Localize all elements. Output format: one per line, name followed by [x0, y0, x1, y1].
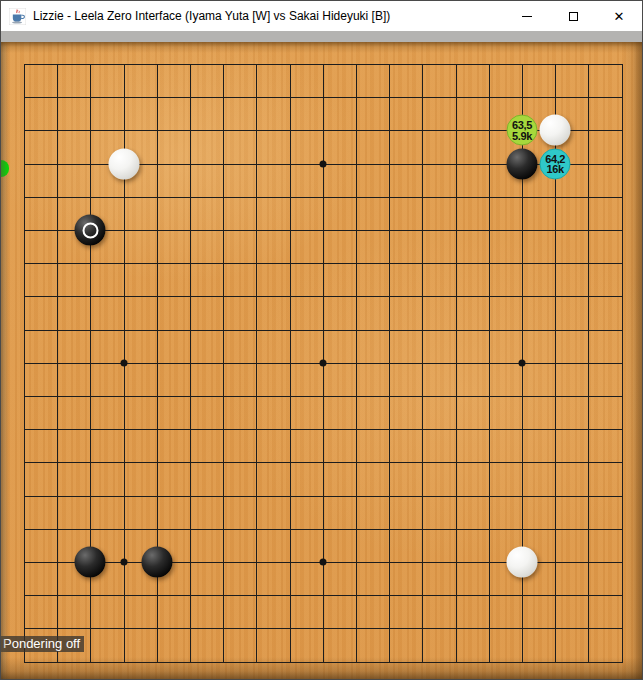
stone-black-c4[interactable] — [75, 547, 106, 578]
suggestion-playouts: 16k — [547, 164, 564, 175]
grid-line-h — [24, 595, 623, 596]
grid-line-h — [24, 628, 623, 629]
minimize-icon — [522, 16, 532, 17]
grid-line-h — [24, 429, 623, 430]
suggestion-winrate: 63,5 — [512, 120, 532, 131]
close-button[interactable]: ✕ — [596, 1, 642, 31]
grid-line-v — [588, 64, 589, 663]
window-controls: ✕ — [504, 1, 642, 31]
stone-black-q16[interactable] — [507, 148, 538, 179]
close-icon: ✕ — [614, 10, 625, 23]
star-point — [519, 359, 526, 366]
toolbar-strip — [1, 31, 642, 42]
java-coffee-icon — [9, 8, 26, 25]
maximize-icon — [569, 12, 578, 21]
minimize-button[interactable] — [504, 1, 550, 31]
grid-line-v — [622, 64, 623, 663]
suggestion-q17[interactable]: 63,55.9k — [507, 115, 538, 146]
suggestion-winrate: 64,2 — [545, 153, 565, 164]
star-point — [319, 359, 326, 366]
stone-white-r17[interactable] — [540, 115, 571, 146]
grid-line-v — [422, 64, 423, 663]
grid-line-h — [24, 496, 623, 497]
star-point — [120, 359, 127, 366]
grid-line-h — [24, 462, 623, 463]
star-point — [319, 559, 326, 566]
stone-black-c14[interactable] — [75, 215, 106, 246]
star-point — [120, 559, 127, 566]
last-move-marker — [82, 222, 98, 238]
star-point — [319, 160, 326, 167]
go-board[interactable]: Pondering off 63,55.9k64,216k — [1, 42, 642, 679]
stone-white-d16[interactable] — [108, 148, 139, 179]
grid-line-h — [24, 396, 623, 397]
suggestion-playouts: 5.9k — [512, 130, 532, 141]
grid-line-h — [24, 662, 623, 663]
grid-line-v — [389, 64, 390, 663]
pondering-status: Pondering off — [1, 636, 84, 652]
maximize-button[interactable] — [550, 1, 596, 31]
grid-line-v — [356, 64, 357, 663]
window-title: Lizzie - Leela Zero Interface (Iyama Yut… — [33, 9, 390, 23]
suggestion-r16[interactable]: 64,216k — [540, 148, 571, 179]
grid-line-v — [489, 64, 490, 663]
grid-line-v — [456, 64, 457, 663]
stone-white-q4[interactable] — [507, 547, 538, 578]
left-edge-indicator — [1, 160, 9, 177]
grid-line-h — [24, 529, 623, 530]
title-bar[interactable]: Lizzie - Leela Zero Interface (Iyama Yut… — [1, 1, 642, 31]
lizzie-window: Lizzie - Leela Zero Interface (Iyama Yut… — [0, 0, 643, 680]
stone-black-e4[interactable] — [141, 547, 172, 578]
